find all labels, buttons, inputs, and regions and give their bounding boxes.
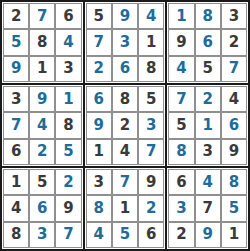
cell-r1c5[interactable]: 9 [112,3,138,29]
solved-digit: 5 [120,227,130,242]
cell-r4c2[interactable]: 9 [29,86,55,112]
cell-r8c3[interactable]: 9 [55,195,81,221]
solved-digit: 7 [229,61,239,76]
cell-r7c9[interactable]: 8 [221,169,247,195]
solved-digit: 7 [63,227,73,242]
cell-r7c5[interactable]: 7 [112,169,138,195]
given-digit: 2 [11,9,21,24]
solved-digit: 6 [202,35,212,50]
cell-r1c8[interactable]: 8 [195,3,221,29]
solved-digit: 5 [11,35,21,50]
cell-r4c9[interactable]: 4 [221,86,247,112]
given-digit: 1 [120,201,130,216]
cell-r8c8[interactable]: 7 [195,195,221,221]
cell-r6c8[interactable]: 3 [195,139,221,165]
cell-r8c4[interactable]: 8 [86,195,112,221]
given-digit: 9 [176,35,186,50]
solved-digit: 7 [37,9,47,24]
solved-digit: 3 [120,35,130,50]
given-digit: 6 [11,144,21,159]
given-digit: 6 [146,227,156,242]
solved-digit: 4 [94,227,104,242]
solved-digit: 4 [146,9,156,24]
cell-r4c3[interactable]: 1 [55,86,81,112]
solved-digit: 1 [176,9,186,24]
given-digit: 1 [11,175,21,190]
cell-r6c5[interactable]: 4 [112,139,138,165]
given-digit: 2 [176,227,186,242]
sudoku-box-1: 276584913 [2,2,83,83]
cell-r6c6[interactable]: 7 [138,139,164,165]
sudoku-box-7: 152469837 [2,168,83,249]
solved-digit: 2 [63,175,73,190]
given-digit: 8 [11,227,21,242]
cell-r1c1[interactable]: 2 [3,3,29,29]
solved-digit: 9 [94,118,104,133]
cell-r7c8[interactable]: 4 [195,169,221,195]
given-digit: 8 [63,118,73,133]
sudoku-box-4: 391748625 [2,85,83,166]
cell-r6c4[interactable]: 1 [86,139,112,165]
given-digit: 1 [229,227,239,242]
solved-digit: 9 [11,61,21,76]
cell-r9c5[interactable]: 5 [112,222,138,248]
cell-r5c8[interactable]: 1 [195,112,221,138]
solved-digit: 8 [202,9,212,24]
cell-r1c2[interactable]: 7 [29,3,55,29]
given-digit: 3 [11,92,21,107]
solved-digit: 7 [11,118,21,133]
solved-digit: 4 [202,175,212,190]
given-digit: 8 [120,92,130,107]
given-digit: 3 [63,61,73,76]
solved-digit: 4 [63,35,73,50]
solved-digit: 1 [63,92,73,107]
given-digit: 8 [37,35,47,50]
solved-digit: 7 [94,35,104,50]
solved-digit: 3 [37,227,47,242]
given-digit: 9 [229,144,239,159]
cell-r5c9[interactable]: 6 [221,112,247,138]
cell-r5c6[interactable]: 3 [138,112,164,138]
cell-r7c3[interactable]: 2 [55,169,81,195]
solved-digit: 9 [37,92,47,107]
given-digit: 9 [146,175,156,190]
cell-r3c6[interactable]: 8 [138,56,164,82]
solved-digit: 7 [120,175,130,190]
solved-digit: 8 [94,201,104,216]
cell-r7c1[interactable]: 1 [3,169,29,195]
cell-r9c8[interactable]: 9 [195,222,221,248]
cell-r1c6[interactable]: 4 [138,3,164,29]
cell-r9c4[interactable]: 4 [86,222,112,248]
solved-digit: 9 [120,9,130,24]
cell-r4c5[interactable]: 8 [112,86,138,112]
cell-r9c1[interactable]: 8 [3,222,29,248]
given-digit: 4 [11,201,21,216]
given-digit: 3 [229,9,239,24]
cell-r6c7[interactable]: 8 [168,139,194,165]
cell-r2c4[interactable]: 7 [86,29,112,55]
cell-r2c7[interactable]: 9 [168,29,194,55]
cell-r5c3[interactable]: 8 [55,112,81,138]
solved-digit: 9 [202,227,212,242]
solved-digit: 6 [94,92,104,107]
given-digit: 3 [202,144,212,159]
solved-digit: 2 [202,92,212,107]
given-digit: 2 [120,118,130,133]
cell-r9c6[interactable]: 6 [138,222,164,248]
solved-digit: 3 [176,201,186,216]
solved-digit: 4 [176,61,186,76]
cell-r8c2[interactable]: 6 [29,195,55,221]
sudoku-board: 2765849135947312681839624573917486256859… [0,0,250,251]
cell-r3c5[interactable]: 6 [112,56,138,82]
cell-r9c9[interactable]: 1 [221,222,247,248]
given-digit: 5 [146,92,156,107]
solved-digit: 5 [229,201,239,216]
solved-digit: 6 [120,61,130,76]
cell-r9c2[interactable]: 3 [29,222,55,248]
cell-r1c9[interactable]: 3 [221,3,247,29]
solved-digit: 4 [37,118,47,133]
cell-r2c8[interactable]: 6 [195,29,221,55]
cell-r3c1[interactable]: 9 [3,56,29,82]
given-digit: 5 [37,175,47,190]
solved-digit: 7 [176,92,186,107]
cell-r6c1[interactable]: 6 [3,139,29,165]
solved-digit: 6 [229,118,239,133]
cell-r2c3[interactable]: 4 [55,29,81,55]
cell-r4c4[interactable]: 6 [86,86,112,112]
sudoku-box-9: 648375291 [167,168,248,249]
solved-digit: 1 [202,118,212,133]
cell-r8c9[interactable]: 5 [221,195,247,221]
given-digit: 1 [94,144,104,159]
cell-r3c2[interactable]: 1 [29,56,55,82]
cell-r2c2[interactable]: 8 [29,29,55,55]
cell-r2c9[interactable]: 2 [221,29,247,55]
cell-r5c4[interactable]: 9 [86,112,112,138]
cell-r8c6[interactable]: 2 [138,195,164,221]
given-digit: 5 [176,118,186,133]
solved-digit: 2 [146,201,156,216]
given-digit: 5 [202,61,212,76]
cell-r8c7[interactable]: 3 [168,195,194,221]
cell-r3c9[interactable]: 7 [221,56,247,82]
given-digit: 7 [202,201,212,216]
solved-digit: 7 [146,144,156,159]
cell-r7c7[interactable]: 6 [168,169,194,195]
cell-r3c7[interactable]: 4 [168,56,194,82]
solved-digit: 2 [94,61,104,76]
cell-r2c5[interactable]: 3 [112,29,138,55]
cell-r7c4[interactable]: 3 [86,169,112,195]
cell-r8c5[interactable]: 1 [112,195,138,221]
cell-r4c1[interactable]: 3 [3,86,29,112]
sudoku-box-8: 379812456 [85,168,166,249]
given-digit: 9 [63,201,73,216]
given-digit: 3 [94,175,104,190]
cell-r1c7[interactable]: 1 [168,3,194,29]
cell-r5c5[interactable]: 2 [112,112,138,138]
given-digit: 2 [229,35,239,50]
solved-digit: 2 [37,144,47,159]
cell-r1c4[interactable]: 5 [86,3,112,29]
cell-r7c6[interactable]: 9 [138,169,164,195]
cell-r5c1[interactable]: 7 [3,112,29,138]
cell-r3c3[interactable]: 3 [55,56,81,82]
cell-r4c8[interactable]: 2 [195,86,221,112]
solved-digit: 6 [37,201,47,216]
solved-digit: 8 [176,144,186,159]
cell-r2c1[interactable]: 5 [3,29,29,55]
solved-digit: 3 [146,118,156,133]
given-digit: 5 [94,9,104,24]
given-digit: 4 [120,144,130,159]
given-digit: 1 [146,35,156,50]
given-digit: 1 [37,61,47,76]
sudoku-box-5: 685923147 [85,85,166,166]
solved-digit: 5 [63,144,73,159]
sudoku-box-2: 594731268 [85,2,166,83]
cell-r5c7[interactable]: 5 [168,112,194,138]
cell-r9c7[interactable]: 2 [168,222,194,248]
cell-r4c6[interactable]: 5 [138,86,164,112]
cell-r3c8[interactable]: 5 [195,56,221,82]
cell-r2c6[interactable]: 1 [138,29,164,55]
sudoku-box-6: 724516839 [167,85,248,166]
cell-r6c9[interactable]: 9 [221,139,247,165]
cell-r5c2[interactable]: 4 [29,112,55,138]
given-digit: 6 [63,9,73,24]
cell-r6c3[interactable]: 5 [55,139,81,165]
sudoku-box-3: 183962457 [167,2,248,83]
cell-r4c7[interactable]: 7 [168,86,194,112]
cell-r9c3[interactable]: 7 [55,222,81,248]
given-digit: 4 [229,92,239,107]
cell-r1c3[interactable]: 6 [55,3,81,29]
cell-r8c1[interactable]: 4 [3,195,29,221]
solved-digit: 8 [229,175,239,190]
cell-r3c4[interactable]: 2 [86,56,112,82]
cell-r7c2[interactable]: 5 [29,169,55,195]
given-digit: 8 [146,61,156,76]
cell-r6c2[interactable]: 2 [29,139,55,165]
given-digit: 6 [176,175,186,190]
